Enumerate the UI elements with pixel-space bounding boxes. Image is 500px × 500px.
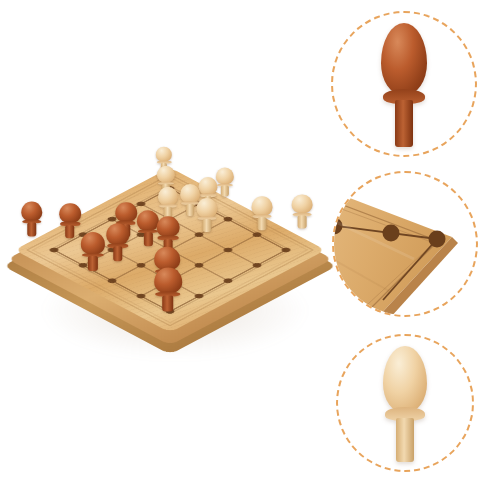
peg-stem [203,219,211,232]
peg-egg [198,177,217,195]
peg-light [196,198,217,232]
peg-hole [383,225,400,242]
product-image [0,0,500,500]
peg-egg [115,202,137,222]
peg-light [252,196,273,230]
callout-light-peg [336,334,474,472]
peg-stem [28,223,37,236]
peg-egg [157,166,175,183]
peg-egg [154,268,182,294]
peg-stem [88,256,98,271]
peg-stem [298,215,306,228]
peg-dark [21,201,42,236]
peg-dark [154,268,182,312]
peg-dark [59,203,81,238]
peg-egg [106,223,129,245]
peg-stem [144,232,153,246]
peg-stem [162,295,173,312]
peg-dark [106,223,129,261]
peg-light [158,187,178,219]
peg-stem [396,418,414,462]
dark-peg-closeup [333,13,475,155]
peg-egg [157,216,180,237]
peg-egg [383,346,427,413]
board-corner-closeup [334,173,476,315]
peg-hole [429,231,446,248]
callout-board-corner [332,171,478,317]
peg-light [292,194,313,228]
peg-light [216,168,234,198]
peg-light [383,346,427,462]
peg-dark [381,23,427,147]
board-corner-drawing [334,173,476,315]
peg-egg [21,201,42,221]
peg-egg [252,196,273,216]
peg-egg [196,198,217,218]
peg-stem [221,186,228,197]
callout-dark-peg [331,11,477,157]
peg-egg [216,168,234,185]
peg-dark [81,232,105,271]
peg-stem [395,100,413,147]
peg-egg [381,23,427,95]
peg-stem [113,247,122,261]
peg-egg [292,194,313,213]
peg-egg [158,187,178,206]
light-peg-closeup [338,336,472,470]
peg-stem [186,204,194,216]
peg-stem [258,217,266,230]
peg-egg [59,203,81,223]
peg-stem [66,225,75,238]
peg-egg [81,232,105,255]
